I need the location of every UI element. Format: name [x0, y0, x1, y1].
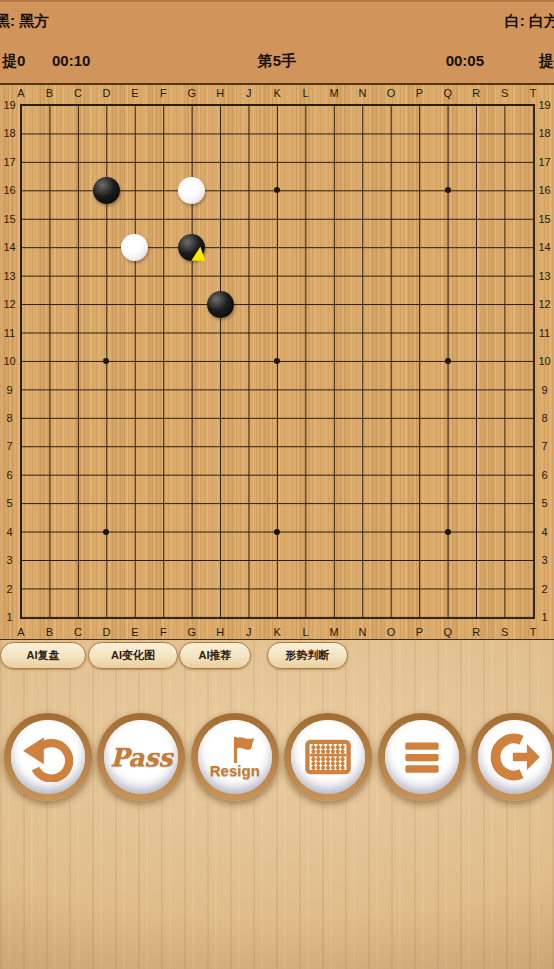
hoshi-point	[445, 187, 451, 193]
exit-button[interactable]	[471, 713, 554, 801]
stone-black	[93, 177, 120, 204]
stone-black	[207, 291, 234, 318]
abacus-icon	[302, 731, 354, 783]
stone-white	[121, 234, 148, 261]
white-captures-count: 提0	[539, 52, 554, 71]
hoshi-point	[445, 529, 451, 535]
hoshi-point	[103, 529, 109, 535]
exit-arrow-icon	[489, 731, 541, 783]
go-board[interactable]: ABCDEFGHJKLMNOPQRST ABCDEFGHJKLMNOPQRST …	[0, 83, 554, 640]
hoshi-point	[103, 358, 109, 364]
menu-button[interactable]	[378, 713, 466, 801]
pass-button[interactable]: Pass	[97, 713, 185, 801]
hamburger-menu-icon	[397, 732, 447, 782]
player-info-bar: 黑: 黑方 白: 白方	[0, 0, 554, 42]
tab-bar: AI复盘 AI变化图 AI推荐 形势判断	[0, 642, 554, 669]
undo-arrow-icon	[23, 732, 73, 782]
tab-ai-review[interactable]: AI复盘	[0, 642, 86, 669]
stone-white	[178, 177, 205, 204]
last-move-marker	[191, 247, 205, 261]
hoshi-point	[274, 187, 280, 193]
count-button[interactable]	[284, 713, 372, 801]
hoshi-point	[274, 529, 280, 535]
go-app-screen: 黑: 黑方 白: 白方 提0 00:10 第5手 00:05 提0 ABCDEF…	[0, 0, 554, 969]
undo-button[interactable]	[4, 713, 92, 801]
resign-label: Resign	[210, 762, 260, 779]
white-player-label: 白: 白方	[505, 12, 554, 31]
tab-ai-variation[interactable]: AI变化图	[88, 642, 178, 669]
white-timer: 00:05	[446, 52, 484, 69]
tab-position-judge[interactable]: 形势判断	[267, 642, 348, 669]
black-player-label: 黑: 黑方	[0, 12, 49, 31]
flag-icon	[231, 736, 257, 764]
game-status-bar: 提0 00:10 第5手 00:05 提0	[0, 40, 554, 83]
hoshi-point	[274, 358, 280, 364]
tab-ai-suggest[interactable]: AI推荐	[179, 642, 251, 669]
pass-label: Pass	[110, 743, 172, 772]
bottom-panel: AI复盘 AI变化图 AI推荐 形势判断 Pass	[0, 639, 554, 969]
resign-button[interactable]: Resign	[191, 713, 279, 801]
stone-black	[178, 234, 205, 261]
board-grid[interactable]	[7, 91, 548, 632]
hoshi-point	[445, 358, 451, 364]
